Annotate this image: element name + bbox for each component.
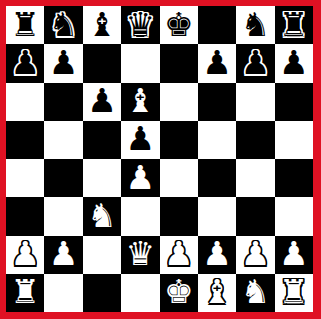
square-c2[interactable] xyxy=(83,236,121,274)
square-d5[interactable]: ♟ xyxy=(121,121,159,159)
square-h5[interactable] xyxy=(275,121,313,159)
square-e1[interactable]: ♚ xyxy=(160,274,198,312)
square-f7[interactable]: ♟ xyxy=(198,44,236,82)
square-b5[interactable] xyxy=(44,121,82,159)
square-b6[interactable] xyxy=(44,83,82,121)
square-b4[interactable] xyxy=(44,159,82,197)
square-f5[interactable] xyxy=(198,121,236,159)
piece-black-pawn[interactable]: ♟ xyxy=(10,46,40,79)
square-g3[interactable] xyxy=(236,197,274,235)
square-d6[interactable]: ♝ xyxy=(121,83,159,121)
square-f1[interactable]: ♝ xyxy=(198,274,236,312)
square-h3[interactable] xyxy=(275,197,313,235)
square-g7[interactable]: ♟ xyxy=(236,44,274,82)
square-d2[interactable]: ♛ xyxy=(121,236,159,274)
piece-black-king[interactable]: ♚ xyxy=(164,8,194,41)
square-g2[interactable]: ♟ xyxy=(236,236,274,274)
square-b1[interactable] xyxy=(44,274,82,312)
piece-white-queen[interactable]: ♛ xyxy=(126,237,156,270)
square-c1[interactable] xyxy=(83,274,121,312)
square-f4[interactable] xyxy=(198,159,236,197)
square-f8[interactable] xyxy=(198,6,236,44)
square-d1[interactable] xyxy=(121,274,159,312)
square-g5[interactable] xyxy=(236,121,274,159)
square-e4[interactable] xyxy=(160,159,198,197)
piece-black-pawn[interactable]: ♟ xyxy=(279,46,309,79)
piece-black-pawn[interactable]: ♟ xyxy=(202,46,232,79)
square-g4[interactable] xyxy=(236,159,274,197)
square-e8[interactable]: ♚ xyxy=(160,6,198,44)
square-d3[interactable] xyxy=(121,197,159,235)
piece-white-bishop[interactable]: ♝ xyxy=(202,275,232,308)
square-h7[interactable]: ♟ xyxy=(275,44,313,82)
square-a5[interactable] xyxy=(6,121,44,159)
square-d7[interactable] xyxy=(121,44,159,82)
piece-black-queen[interactable]: ♛ xyxy=(126,8,156,41)
square-a6[interactable] xyxy=(6,83,44,121)
piece-white-pawn[interactable]: ♟ xyxy=(164,237,194,270)
square-f2[interactable]: ♟ xyxy=(198,236,236,274)
piece-white-bishop[interactable]: ♝ xyxy=(126,84,156,117)
square-e6[interactable] xyxy=(160,83,198,121)
square-e7[interactable] xyxy=(160,44,198,82)
piece-white-pawn[interactable]: ♟ xyxy=(10,237,40,270)
square-g1[interactable]: ♞ xyxy=(236,274,274,312)
piece-black-knight[interactable]: ♞ xyxy=(241,8,271,41)
square-c8[interactable]: ♝ xyxy=(83,6,121,44)
piece-black-bishop[interactable]: ♝ xyxy=(87,8,117,41)
square-h8[interactable]: ♜ xyxy=(275,6,313,44)
square-b3[interactable] xyxy=(44,197,82,235)
piece-white-pawn[interactable]: ♟ xyxy=(49,237,79,270)
square-b7[interactable]: ♟ xyxy=(44,44,82,82)
piece-white-rook[interactable]: ♜ xyxy=(279,275,309,308)
piece-white-pawn[interactable]: ♟ xyxy=(202,237,232,270)
square-h1[interactable]: ♜ xyxy=(275,274,313,312)
square-b2[interactable]: ♟ xyxy=(44,236,82,274)
square-c4[interactable] xyxy=(83,159,121,197)
square-a7[interactable]: ♟ xyxy=(6,44,44,82)
piece-black-pawn[interactable]: ♟ xyxy=(49,46,79,79)
square-b8[interactable]: ♞ xyxy=(44,6,82,44)
square-a3[interactable] xyxy=(6,197,44,235)
square-h4[interactable] xyxy=(275,159,313,197)
piece-black-pawn[interactable]: ♟ xyxy=(87,84,117,117)
square-e2[interactable]: ♟ xyxy=(160,236,198,274)
piece-black-rook[interactable]: ♜ xyxy=(279,8,309,41)
square-a4[interactable] xyxy=(6,159,44,197)
piece-white-pawn[interactable]: ♟ xyxy=(241,237,271,270)
square-g8[interactable]: ♞ xyxy=(236,6,274,44)
piece-black-pawn[interactable]: ♟ xyxy=(241,46,271,79)
square-d8[interactable]: ♛ xyxy=(121,6,159,44)
piece-white-rook[interactable]: ♜ xyxy=(10,275,40,308)
square-a2[interactable]: ♟ xyxy=(6,236,44,274)
square-e5[interactable] xyxy=(160,121,198,159)
square-h2[interactable]: ♟ xyxy=(275,236,313,274)
square-f3[interactable] xyxy=(198,197,236,235)
square-f6[interactable] xyxy=(198,83,236,121)
chess-board: ♜♞♝♛♚♞♜♟♟♟♟♟♟♝♟♟♞♟♟♛♟♟♟♟♜♚♝♞♜ xyxy=(6,6,313,312)
piece-white-pawn[interactable]: ♟ xyxy=(126,161,156,194)
piece-black-rook[interactable]: ♜ xyxy=(10,8,40,41)
piece-white-knight[interactable]: ♞ xyxy=(87,199,117,232)
piece-black-knight[interactable]: ♞ xyxy=(49,8,79,41)
square-c6[interactable]: ♟ xyxy=(83,83,121,121)
piece-white-pawn[interactable]: ♟ xyxy=(279,237,309,270)
board-frame: ♜♞♝♛♚♞♜♟♟♟♟♟♟♝♟♟♞♟♟♛♟♟♟♟♜♚♝♞♜ xyxy=(0,0,321,319)
piece-white-king[interactable]: ♚ xyxy=(164,275,194,308)
square-e3[interactable] xyxy=(160,197,198,235)
square-d4[interactable]: ♟ xyxy=(121,159,159,197)
square-c7[interactable] xyxy=(83,44,121,82)
square-a1[interactable]: ♜ xyxy=(6,274,44,312)
square-h6[interactable] xyxy=(275,83,313,121)
square-c5[interactable] xyxy=(83,121,121,159)
square-a8[interactable]: ♜ xyxy=(6,6,44,44)
piece-white-knight[interactable]: ♞ xyxy=(241,275,271,308)
square-g6[interactable] xyxy=(236,83,274,121)
square-c3[interactable]: ♞ xyxy=(83,197,121,235)
piece-black-pawn[interactable]: ♟ xyxy=(126,122,156,155)
